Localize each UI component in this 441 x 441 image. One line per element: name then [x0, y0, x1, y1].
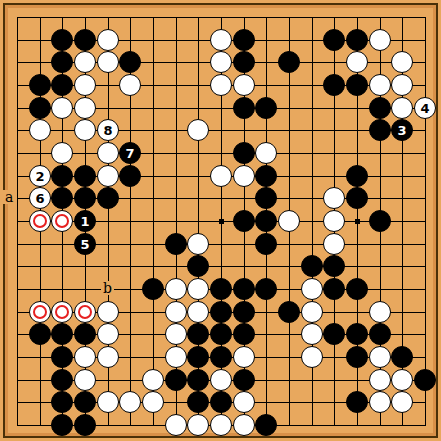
red-circle-mark — [55, 305, 69, 319]
white-stone — [187, 119, 209, 141]
black-stone — [51, 29, 73, 51]
white-stone — [233, 391, 255, 413]
black-stone — [255, 210, 277, 232]
white-stone — [142, 391, 164, 413]
white-stone — [187, 233, 209, 255]
white-stone — [233, 414, 255, 436]
white-stone — [97, 165, 119, 187]
white-stone — [74, 346, 96, 368]
black-stone — [369, 97, 391, 119]
black-stone — [74, 29, 96, 51]
white-stone — [255, 142, 277, 164]
white-stone — [165, 278, 187, 300]
white-stone — [97, 142, 119, 164]
white-stone — [278, 210, 300, 232]
black-stone — [74, 187, 96, 209]
white-stone — [51, 97, 73, 119]
white-stone — [97, 346, 119, 368]
black-stone — [74, 414, 96, 436]
black-stone — [165, 369, 187, 391]
white-stone — [97, 29, 119, 51]
go-board: 48372615ab — [0, 0, 441, 441]
white-stone — [210, 74, 232, 96]
white-stone — [369, 74, 391, 96]
black-stone — [369, 323, 391, 345]
white-stone-circled — [51, 301, 73, 323]
white-stone — [97, 323, 119, 345]
black-stone — [187, 391, 209, 413]
grid-line-vertical — [425, 17, 426, 426]
white-stone-circled — [51, 210, 73, 232]
white-stone — [301, 346, 323, 368]
white-stone — [323, 210, 345, 232]
white-stone — [391, 391, 413, 413]
black-stone — [51, 187, 73, 209]
white-stone — [187, 301, 209, 323]
black-stone — [233, 323, 255, 345]
white-stone — [210, 165, 232, 187]
black-stone — [278, 301, 300, 323]
white-stone — [165, 323, 187, 345]
black-stone — [255, 414, 277, 436]
white-stone — [29, 119, 51, 141]
white-stone — [369, 369, 391, 391]
white-stone — [97, 301, 119, 323]
white-stone — [210, 369, 232, 391]
white-stone — [74, 369, 96, 391]
black-stone — [255, 165, 277, 187]
white-stone-move-4: 4 — [414, 97, 436, 119]
black-stone — [301, 255, 323, 277]
black-stone — [187, 255, 209, 277]
black-stone — [187, 369, 209, 391]
white-stone — [233, 165, 255, 187]
star-point — [355, 219, 360, 224]
red-circle-mark — [33, 214, 47, 228]
black-stone — [210, 301, 232, 323]
white-stone — [369, 391, 391, 413]
black-stone — [323, 323, 345, 345]
white-stone — [74, 119, 96, 141]
white-stone-circled — [74, 301, 96, 323]
black-stone — [391, 346, 413, 368]
black-stone — [346, 346, 368, 368]
black-stone — [210, 278, 232, 300]
black-stone — [233, 51, 255, 73]
black-stone — [51, 74, 73, 96]
white-stone — [97, 391, 119, 413]
white-stone — [74, 74, 96, 96]
black-stone — [233, 369, 255, 391]
white-stone — [346, 51, 368, 73]
black-stone — [346, 187, 368, 209]
white-stone-circled — [29, 210, 51, 232]
black-stone — [346, 74, 368, 96]
black-stone — [210, 346, 232, 368]
point-label-a: a — [3, 190, 15, 204]
black-stone — [233, 301, 255, 323]
black-stone — [119, 165, 141, 187]
black-stone — [187, 323, 209, 345]
black-stone — [74, 391, 96, 413]
white-stone — [369, 346, 391, 368]
white-stone — [119, 74, 141, 96]
white-stone — [165, 414, 187, 436]
black-stone — [233, 142, 255, 164]
white-stone — [210, 51, 232, 73]
black-stone — [119, 51, 141, 73]
black-stone — [346, 29, 368, 51]
black-stone — [369, 210, 391, 232]
black-stone-move-7: 7 — [119, 142, 141, 164]
black-stone — [210, 323, 232, 345]
white-stone — [233, 74, 255, 96]
black-stone — [187, 346, 209, 368]
black-stone — [346, 165, 368, 187]
black-stone — [346, 278, 368, 300]
white-stone — [165, 301, 187, 323]
black-stone — [346, 391, 368, 413]
white-stone — [391, 97, 413, 119]
white-stone-move-2: 2 — [29, 165, 51, 187]
white-stone — [233, 346, 255, 368]
white-stone — [301, 278, 323, 300]
black-stone — [210, 391, 232, 413]
black-stone — [323, 74, 345, 96]
red-circle-mark — [78, 305, 92, 319]
white-stone — [210, 414, 232, 436]
black-stone — [51, 346, 73, 368]
red-circle-mark — [33, 305, 47, 319]
white-stone-move-6: 6 — [29, 187, 51, 209]
black-stone — [165, 233, 187, 255]
white-stone — [210, 29, 232, 51]
black-stone — [233, 97, 255, 119]
black-stone — [51, 51, 73, 73]
grid-line-horizontal — [17, 266, 426, 267]
black-stone — [74, 165, 96, 187]
white-stone — [391, 74, 413, 96]
white-stone — [97, 51, 119, 73]
white-stone — [165, 346, 187, 368]
white-stone — [142, 369, 164, 391]
white-stone — [391, 51, 413, 73]
black-stone — [29, 97, 51, 119]
black-stone — [51, 414, 73, 436]
black-stone — [51, 323, 73, 345]
white-stone — [51, 142, 73, 164]
white-stone — [369, 301, 391, 323]
black-stone-move-3: 3 — [391, 119, 413, 141]
white-stone — [301, 301, 323, 323]
black-stone — [233, 210, 255, 232]
black-stone — [323, 29, 345, 51]
black-stone — [51, 391, 73, 413]
black-stone — [51, 369, 73, 391]
black-stone — [255, 278, 277, 300]
black-stone — [233, 278, 255, 300]
white-stone-move-8: 8 — [97, 119, 119, 141]
white-stone — [74, 51, 96, 73]
black-stone — [346, 323, 368, 345]
black-stone — [29, 74, 51, 96]
white-stone — [119, 391, 141, 413]
white-stone — [323, 187, 345, 209]
white-stone — [301, 323, 323, 345]
point-label-b: b — [101, 281, 114, 295]
white-stone-circled — [29, 301, 51, 323]
white-stone — [391, 369, 413, 391]
black-stone — [323, 278, 345, 300]
black-stone — [255, 233, 277, 255]
white-stone — [369, 29, 391, 51]
white-stone — [323, 233, 345, 255]
black-stone — [255, 187, 277, 209]
black-stone — [414, 369, 436, 391]
black-stone — [255, 97, 277, 119]
red-circle-mark — [55, 214, 69, 228]
black-stone-move-1: 1 — [74, 210, 96, 232]
black-stone — [233, 29, 255, 51]
black-stone-move-5: 5 — [74, 233, 96, 255]
black-stone — [369, 119, 391, 141]
black-stone — [29, 323, 51, 345]
white-stone — [187, 414, 209, 436]
white-stone — [187, 278, 209, 300]
black-stone — [142, 278, 164, 300]
black-stone — [74, 323, 96, 345]
black-stone — [278, 51, 300, 73]
star-point — [219, 219, 224, 224]
black-stone — [51, 165, 73, 187]
black-stone — [323, 255, 345, 277]
black-stone — [97, 187, 119, 209]
white-stone — [74, 97, 96, 119]
